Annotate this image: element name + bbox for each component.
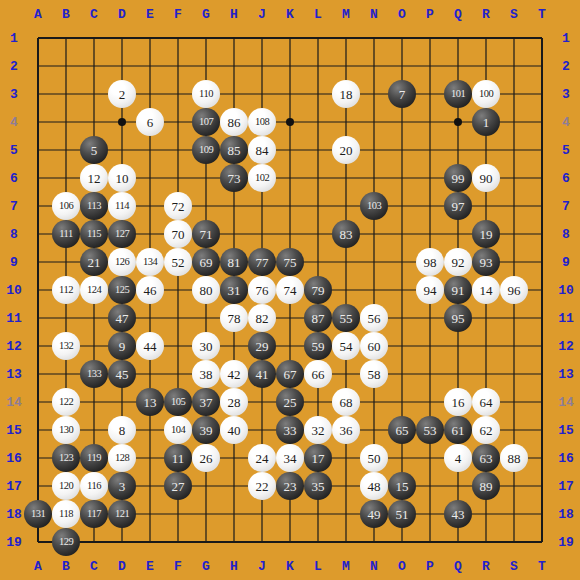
intersection-L17[interactable]: 35 [304,472,332,500]
black-stone-A18-move-131: 131 [24,500,52,528]
row-label-right-15: 15 [558,423,574,438]
board-grid[interactable]: 1234567891011121314151617181920212223242… [24,24,556,556]
black-stone-K17-move-23: 23 [276,472,304,500]
intersection-J17[interactable]: 22 [248,472,276,500]
row-label-left-11: 11 [6,311,22,326]
intersection-H14[interactable]: 28 [220,388,248,416]
move-number: 129 [59,537,73,548]
intersection-K16[interactable]: 34 [276,444,304,472]
intersection-O3[interactable]: 7 [388,80,416,108]
white-stone-J4-move-108: 108 [248,108,276,136]
intersection-R3[interactable]: 100 [472,80,500,108]
move-number: 37 [200,396,213,409]
move-number: 78 [228,312,241,325]
move-number: 20 [340,144,353,157]
black-stone-F16-move-11: 11 [164,444,192,472]
row-label-left-18: 18 [6,507,22,522]
intersection-Q6[interactable]: 99 [444,164,472,192]
intersection-R8[interactable]: 19 [472,220,500,248]
move-number: 63 [480,452,493,465]
intersection-K14[interactable]: 25 [276,388,304,416]
intersection-D6[interactable]: 10 [108,164,136,192]
intersection-E14[interactable]: 13 [136,388,164,416]
intersection-N13[interactable]: 58 [360,360,388,388]
move-number: 85 [228,144,241,157]
row-label-left-3: 3 [10,87,18,102]
move-number: 94 [424,284,437,297]
intersection-R10[interactable]: 14 [472,276,500,304]
move-number: 70 [172,228,185,241]
intersection-C10[interactable]: 124 [80,276,108,304]
move-number: 127 [115,229,129,240]
intersection-G12[interactable]: 30 [192,332,220,360]
white-stone-L13-move-66: 66 [304,360,332,388]
white-stone-H11-move-78: 78 [220,304,248,332]
intersection-H15[interactable]: 40 [220,416,248,444]
black-stone-F17-move-27: 27 [164,472,192,500]
intersection-H5[interactable]: 85 [220,136,248,164]
intersection-E4[interactable]: 6 [136,108,164,136]
row-label-right-4: 4 [562,115,570,130]
white-stone-F15-move-104: 104 [164,416,192,444]
white-stone-K10-move-74: 74 [276,276,304,304]
move-number: 23 [284,480,297,493]
intersection-D3[interactable]: 2 [108,80,136,108]
black-stone-P15-move-53: 53 [416,416,444,444]
intersection-O18[interactable]: 51 [388,500,416,528]
intersection-J10[interactable]: 76 [248,276,276,304]
intersection-S10[interactable]: 96 [500,276,528,304]
intersection-B10[interactable]: 112 [52,276,80,304]
move-number: 124 [87,285,101,296]
move-number: 86 [228,116,241,129]
move-number: 22 [256,480,269,493]
row-label-right-17: 17 [558,479,574,494]
row-label-left-5: 5 [10,143,18,158]
intersection-J6[interactable]: 102 [248,164,276,192]
intersection-G10[interactable]: 80 [192,276,220,304]
black-stone-G14-move-37: 37 [192,388,220,416]
intersection-D9[interactable]: 126 [108,248,136,276]
move-number: 28 [228,396,241,409]
intersection-Q3[interactable]: 101 [444,80,472,108]
intersection-E10[interactable]: 46 [136,276,164,304]
intersection-B14[interactable]: 122 [52,388,80,416]
intersection-G16[interactable]: 26 [192,444,220,472]
move-number: 67 [284,368,297,381]
intersection-C7[interactable]: 113 [80,192,108,220]
intersection-G5[interactable]: 109 [192,136,220,164]
intersection-R15[interactable]: 62 [472,416,500,444]
intersection-M5[interactable]: 20 [332,136,360,164]
move-number: 119 [87,453,101,464]
row-label-right-6: 6 [562,171,570,186]
col-label-bottom-S: S [510,559,518,574]
white-stone-R14-move-64: 64 [472,388,500,416]
move-number: 27 [172,480,185,493]
intersection-D18[interactable]: 121 [108,500,136,528]
col-label-bottom-M: M [342,559,350,574]
intersection-G13[interactable]: 38 [192,360,220,388]
row-label-left-2: 2 [10,59,18,74]
white-stone-M14-move-68: 68 [332,388,360,416]
black-stone-G9-move-69: 69 [192,248,220,276]
intersection-C9[interactable]: 21 [80,248,108,276]
row-label-right-12: 12 [558,339,574,354]
intersection-D7[interactable]: 114 [108,192,136,220]
intersection-H4[interactable]: 86 [220,108,248,136]
move-number: 112 [59,285,73,296]
intersection-M14[interactable]: 68 [332,388,360,416]
intersection-K10[interactable]: 74 [276,276,304,304]
move-number: 1 [483,116,490,129]
intersection-D10[interactable]: 125 [108,276,136,304]
black-stone-M11-move-55: 55 [332,304,360,332]
black-stone-J13-move-41: 41 [248,360,276,388]
black-stone-C18-move-117: 117 [80,500,108,528]
row-label-right-8: 8 [562,227,570,242]
move-number: 87 [312,312,325,325]
col-label-bottom-N: N [370,559,378,574]
move-number: 2 [119,88,126,101]
black-stone-Q15-move-61: 61 [444,416,472,444]
intersection-A18[interactable]: 131 [24,500,52,528]
move-number: 54 [340,340,353,353]
intersection-K13[interactable]: 67 [276,360,304,388]
move-number: 118 [59,509,73,520]
intersection-Q11[interactable]: 95 [444,304,472,332]
black-stone-H6-move-73: 73 [220,164,248,192]
white-stone-M5-move-20: 20 [332,136,360,164]
intersection-L12[interactable]: 59 [304,332,332,360]
move-number: 120 [59,481,73,492]
white-stone-S16-move-88: 88 [500,444,528,472]
move-number: 132 [59,341,73,352]
move-number: 8 [119,424,126,437]
intersection-N18[interactable]: 49 [360,500,388,528]
col-label-bottom-G: G [202,559,210,574]
move-number: 25 [284,396,297,409]
intersection-H6[interactable]: 73 [220,164,248,192]
intersection-R6[interactable]: 90 [472,164,500,192]
white-stone-N16-move-50: 50 [360,444,388,472]
intersection-N7[interactable]: 103 [360,192,388,220]
intersection-P15[interactable]: 53 [416,416,444,444]
intersection-J5[interactable]: 84 [248,136,276,164]
intersection-B18[interactable]: 118 [52,500,80,528]
intersection-H9[interactable]: 81 [220,248,248,276]
move-number: 91 [452,284,465,297]
col-label-top-Q: Q [454,7,462,22]
black-stone-H9-move-81: 81 [220,248,248,276]
black-stone-L16-move-17: 17 [304,444,332,472]
intersection-F15[interactable]: 104 [164,416,192,444]
intersection-G14[interactable]: 37 [192,388,220,416]
intersection-F9[interactable]: 52 [164,248,192,276]
row-label-left-12: 12 [6,339,22,354]
intersection-D16[interactable]: 128 [108,444,136,472]
intersection-R16[interactable]: 63 [472,444,500,472]
move-number: 14 [480,284,493,297]
move-number: 101 [451,89,465,100]
black-stone-C13-move-133: 133 [80,360,108,388]
intersection-J9[interactable]: 77 [248,248,276,276]
intersection-M8[interactable]: 83 [332,220,360,248]
intersection-H11[interactable]: 78 [220,304,248,332]
intersection-D13[interactable]: 45 [108,360,136,388]
intersection-K17[interactable]: 23 [276,472,304,500]
intersection-N17[interactable]: 48 [360,472,388,500]
row-label-left-17: 17 [6,479,22,494]
move-number: 53 [424,424,437,437]
intersection-C13[interactable]: 133 [80,360,108,388]
white-stone-D16-move-128: 128 [108,444,136,472]
black-stone-Q7-move-97: 97 [444,192,472,220]
intersection-M15[interactable]: 36 [332,416,360,444]
white-stone-E10-move-46: 46 [136,276,164,304]
move-number: 47 [116,312,129,325]
move-number: 92 [452,256,465,269]
intersection-D15[interactable]: 8 [108,416,136,444]
move-number: 39 [200,424,213,437]
white-stone-R6-move-90: 90 [472,164,500,192]
move-number: 62 [480,424,493,437]
intersection-G9[interactable]: 69 [192,248,220,276]
col-label-bottom-O: O [398,559,406,574]
move-number: 74 [284,284,297,297]
intersection-J11[interactable]: 82 [248,304,276,332]
intersection-Q9[interactable]: 92 [444,248,472,276]
intersection-K15[interactable]: 33 [276,416,304,444]
intersection-F17[interactable]: 27 [164,472,192,500]
intersection-C6[interactable]: 12 [80,164,108,192]
black-stone-C5-move-5: 5 [80,136,108,164]
intersection-H13[interactable]: 42 [220,360,248,388]
intersection-B12[interactable]: 132 [52,332,80,360]
white-stone-E4-move-6: 6 [136,108,164,136]
black-stone-Q3-move-101: 101 [444,80,472,108]
black-stone-K13-move-67: 67 [276,360,304,388]
intersection-B15[interactable]: 130 [52,416,80,444]
intersection-O15[interactable]: 65 [388,416,416,444]
move-number: 12 [88,172,101,185]
intersection-B17[interactable]: 120 [52,472,80,500]
intersection-L16[interactable]: 17 [304,444,332,472]
move-number: 61 [452,424,465,437]
intersection-D11[interactable]: 47 [108,304,136,332]
intersection-Q15[interactable]: 61 [444,416,472,444]
intersection-J13[interactable]: 41 [248,360,276,388]
intersection-L11[interactable]: 87 [304,304,332,332]
white-stone-C10-move-124: 124 [80,276,108,304]
move-number: 3 [119,480,126,493]
intersection-C8[interactable]: 115 [80,220,108,248]
col-label-top-M: M [342,7,350,22]
intersection-D17[interactable]: 3 [108,472,136,500]
intersection-M3[interactable]: 18 [332,80,360,108]
move-number: 16 [452,396,465,409]
white-stone-M3-move-18: 18 [332,80,360,108]
col-label-bottom-P: P [426,559,434,574]
black-stone-L10-move-79: 79 [304,276,332,304]
move-number: 131 [31,509,45,520]
move-number: 100 [479,89,493,100]
intersection-N11[interactable]: 56 [360,304,388,332]
intersection-N16[interactable]: 50 [360,444,388,472]
white-stone-J5-move-84: 84 [248,136,276,164]
intersection-L13[interactable]: 66 [304,360,332,388]
intersection-C5[interactable]: 5 [80,136,108,164]
col-label-bottom-H: H [230,559,238,574]
white-stone-H15-move-40: 40 [220,416,248,444]
intersection-H10[interactable]: 31 [220,276,248,304]
row-label-right-10: 10 [558,283,574,298]
intersection-R9[interactable]: 93 [472,248,500,276]
move-number: 89 [480,480,493,493]
intersection-Q16[interactable]: 4 [444,444,472,472]
white-stone-M15-move-36: 36 [332,416,360,444]
move-number: 114 [115,201,129,212]
row-label-right-5: 5 [562,143,570,158]
white-stone-D15-move-8: 8 [108,416,136,444]
intersection-J12[interactable]: 29 [248,332,276,360]
white-stone-J11-move-82: 82 [248,304,276,332]
move-number: 76 [256,284,269,297]
intersection-M12[interactable]: 54 [332,332,360,360]
move-number: 75 [284,256,297,269]
col-label-bottom-R: R [482,559,490,574]
move-number: 56 [368,312,381,325]
intersection-Q14[interactable]: 16 [444,388,472,416]
black-stone-C16-move-119: 119 [80,444,108,472]
intersection-J4[interactable]: 108 [248,108,276,136]
intersection-Q18[interactable]: 43 [444,500,472,528]
black-stone-R9-move-93: 93 [472,248,500,276]
intersection-E12[interactable]: 44 [136,332,164,360]
move-number: 34 [284,452,297,465]
row-label-right-18: 18 [558,507,574,522]
intersection-S16[interactable]: 88 [500,444,528,472]
black-stone-B8-move-111: 111 [52,220,80,248]
intersection-Q7[interactable]: 97 [444,192,472,220]
intersection-L15[interactable]: 32 [304,416,332,444]
move-number: 121 [115,509,129,520]
intersection-Q10[interactable]: 91 [444,276,472,304]
intersection-D8[interactable]: 127 [108,220,136,248]
intersection-F16[interactable]: 11 [164,444,192,472]
white-stone-M12-move-54: 54 [332,332,360,360]
move-number: 73 [228,172,241,185]
intersection-B7[interactable]: 106 [52,192,80,220]
white-stone-P9-move-98: 98 [416,248,444,276]
intersection-N12[interactable]: 60 [360,332,388,360]
row-label-left-9: 9 [10,255,18,270]
intersection-M11[interactable]: 55 [332,304,360,332]
intersection-R17[interactable]: 89 [472,472,500,500]
black-stone-D10-move-125: 125 [108,276,136,304]
intersection-C18[interactable]: 117 [80,500,108,528]
black-stone-G4-move-107: 107 [192,108,220,136]
move-number: 13 [144,396,157,409]
intersection-O17[interactable]: 15 [388,472,416,500]
white-stone-G12-move-30: 30 [192,332,220,360]
row-label-right-16: 16 [558,451,574,466]
black-stone-R8-move-19: 19 [472,220,500,248]
move-number: 24 [256,452,269,465]
move-number: 55 [340,312,353,325]
move-number: 83 [340,228,353,241]
move-number: 102 [255,173,269,184]
intersection-R4[interactable]: 1 [472,108,500,136]
col-label-top-J: J [258,7,266,22]
move-number: 99 [452,172,465,185]
intersection-J16[interactable]: 24 [248,444,276,472]
intersection-F8[interactable]: 70 [164,220,192,248]
col-label-top-G: G [202,7,210,22]
move-number: 84 [256,144,269,157]
move-number: 38 [200,368,213,381]
intersection-B19[interactable]: 129 [52,528,80,556]
intersection-B8[interactable]: 111 [52,220,80,248]
move-number: 50 [368,452,381,465]
intersection-P9[interactable]: 98 [416,248,444,276]
intersection-B16[interactable]: 123 [52,444,80,472]
intersection-D12[interactable]: 9 [108,332,136,360]
intersection-G4[interactable]: 107 [192,108,220,136]
white-stone-J10-move-76: 76 [248,276,276,304]
row-label-left-16: 16 [6,451,22,466]
move-number: 58 [368,368,381,381]
move-number: 66 [312,368,325,381]
white-stone-C17-move-116: 116 [80,472,108,500]
move-number: 21 [88,256,101,269]
black-stone-N7-move-103: 103 [360,192,388,220]
move-number: 33 [284,424,297,437]
intersection-E9[interactable]: 134 [136,248,164,276]
col-label-top-K: K [286,7,294,22]
intersection-G3[interactable]: 110 [192,80,220,108]
move-number: 88 [508,452,521,465]
white-stone-H4-move-86: 86 [220,108,248,136]
move-number: 133 [87,369,101,380]
move-number: 10 [116,172,129,185]
black-stone-C8-move-115: 115 [80,220,108,248]
white-stone-D6-move-10: 10 [108,164,136,192]
intersection-R14[interactable]: 64 [472,388,500,416]
intersection-F14[interactable]: 105 [164,388,192,416]
intersection-G8[interactable]: 71 [192,220,220,248]
black-stone-Q18-move-43: 43 [444,500,472,528]
black-stone-R17-move-89: 89 [472,472,500,500]
intersection-F7[interactable]: 72 [164,192,192,220]
move-number: 103 [367,201,381,212]
intersection-C16[interactable]: 119 [80,444,108,472]
black-stone-Q11-move-95: 95 [444,304,472,332]
intersection-L10[interactable]: 79 [304,276,332,304]
white-stone-Q16-move-4: 4 [444,444,472,472]
col-label-top-E: E [146,7,154,22]
intersection-P10[interactable]: 94 [416,276,444,304]
intersection-C17[interactable]: 116 [80,472,108,500]
move-number: 29 [256,340,269,353]
move-number: 48 [368,480,381,493]
col-label-bottom-A: A [34,559,42,574]
move-number: 90 [480,172,493,185]
go-board: AABBCCDDEEFFGGHHJJKKLLMMNNOOPPQQRRSSTT11… [0,0,580,580]
white-stone-B7-move-106: 106 [52,192,80,220]
intersection-G15[interactable]: 39 [192,416,220,444]
intersection-K9[interactable]: 75 [276,248,304,276]
